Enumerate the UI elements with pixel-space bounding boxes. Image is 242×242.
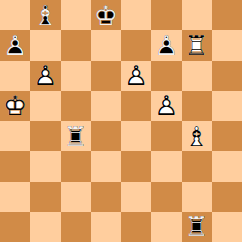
white-pawn-icon: ♟	[30, 61, 60, 91]
square-a2[interactable]	[0, 182, 30, 212]
piece-black-rook[interactable]: ♜♖	[61, 121, 91, 151]
square-h6[interactable]	[212, 61, 242, 91]
square-g2[interactable]	[182, 182, 212, 212]
black-rook-outline-icon: ♖	[61, 121, 91, 151]
white-rook-icon: ♜	[182, 30, 212, 60]
chess-board-window: ♝♗♚♔♟♙♟♙♜♖♟♙♟♙♚♔♟♙♜♖♝♗♜♖	[0, 0, 242, 242]
black-rook-outline-icon: ♖	[182, 212, 212, 242]
piece-black-rook[interactable]: ♜♖	[182, 212, 212, 242]
square-e2[interactable]	[121, 182, 151, 212]
white-pawn-icon: ♟	[151, 91, 181, 121]
square-g1[interactable]: ♜♖	[182, 212, 212, 242]
square-e8[interactable]	[121, 0, 151, 30]
black-pawn-icon: ♟	[151, 30, 181, 60]
square-e6[interactable]: ♟♙	[121, 61, 151, 91]
square-a6[interactable]	[0, 61, 30, 91]
square-a3[interactable]	[0, 151, 30, 181]
black-pawn-outline-icon: ♙	[151, 30, 181, 60]
white-king-outline-icon: ♔	[0, 91, 30, 121]
square-b5[interactable]	[30, 91, 60, 121]
square-a4[interactable]	[0, 121, 30, 151]
square-b2[interactable]	[30, 182, 60, 212]
piece-white-pawn[interactable]: ♟♙	[151, 91, 181, 121]
square-e1[interactable]	[121, 212, 151, 242]
white-pawn-outline-icon: ♙	[30, 61, 60, 91]
piece-white-king[interactable]: ♚♔	[0, 91, 30, 121]
black-bishop-icon: ♝	[30, 0, 60, 30]
square-d2[interactable]	[91, 182, 121, 212]
square-d8[interactable]: ♚♔	[91, 0, 121, 30]
square-c5[interactable]	[61, 91, 91, 121]
square-h5[interactable]	[212, 91, 242, 121]
piece-white-bishop[interactable]: ♝♗	[182, 121, 212, 151]
black-bishop-outline-icon: ♗	[30, 0, 60, 30]
white-pawn-outline-icon: ♙	[151, 91, 181, 121]
piece-white-rook[interactable]: ♜♖	[182, 30, 212, 60]
square-f4[interactable]	[151, 121, 181, 151]
square-b7[interactable]	[30, 30, 60, 60]
black-rook-icon: ♜	[61, 121, 91, 151]
piece-white-pawn[interactable]: ♟♙	[30, 61, 60, 91]
square-d5[interactable]	[91, 91, 121, 121]
white-bishop-icon: ♝	[182, 121, 212, 151]
square-h2[interactable]	[212, 182, 242, 212]
square-b1[interactable]	[30, 212, 60, 242]
square-a7[interactable]: ♟♙	[0, 30, 30, 60]
square-d7[interactable]	[91, 30, 121, 60]
square-a5[interactable]: ♚♔	[0, 91, 30, 121]
square-d1[interactable]	[91, 212, 121, 242]
square-c4[interactable]: ♜♖	[61, 121, 91, 151]
square-d6[interactable]	[91, 61, 121, 91]
square-g5[interactable]	[182, 91, 212, 121]
square-a8[interactable]	[0, 0, 30, 30]
square-c6[interactable]	[61, 61, 91, 91]
square-e4[interactable]	[121, 121, 151, 151]
square-f5[interactable]: ♟♙	[151, 91, 181, 121]
white-rook-outline-icon: ♖	[182, 30, 212, 60]
square-f2[interactable]	[151, 182, 181, 212]
black-pawn-outline-icon: ♙	[0, 30, 30, 60]
square-c1[interactable]	[61, 212, 91, 242]
square-g3[interactable]	[182, 151, 212, 181]
square-h8[interactable]	[212, 0, 242, 30]
square-g8[interactable]	[182, 0, 212, 30]
square-f7[interactable]: ♟♙	[151, 30, 181, 60]
square-e3[interactable]	[121, 151, 151, 181]
square-b8[interactable]: ♝♗	[30, 0, 60, 30]
square-h7[interactable]	[212, 30, 242, 60]
square-b6[interactable]: ♟♙	[30, 61, 60, 91]
square-e7[interactable]	[121, 30, 151, 60]
square-d4[interactable]	[91, 121, 121, 151]
square-h3[interactable]	[212, 151, 242, 181]
black-king-icon: ♚	[91, 0, 121, 30]
piece-black-king[interactable]: ♚♔	[91, 0, 121, 30]
square-d3[interactable]	[91, 151, 121, 181]
white-king-icon: ♚	[0, 91, 30, 121]
piece-black-pawn[interactable]: ♟♙	[0, 30, 30, 60]
square-e5[interactable]	[121, 91, 151, 121]
chess-board: ♝♗♚♔♟♙♟♙♜♖♟♙♟♙♚♔♟♙♜♖♝♗♜♖	[0, 0, 242, 242]
square-b4[interactable]	[30, 121, 60, 151]
white-pawn-outline-icon: ♙	[121, 61, 151, 91]
square-g7[interactable]: ♜♖	[182, 30, 212, 60]
square-f8[interactable]	[151, 0, 181, 30]
square-f1[interactable]	[151, 212, 181, 242]
black-rook-icon: ♜	[182, 212, 212, 242]
black-king-outline-icon: ♔	[91, 0, 121, 30]
piece-white-pawn[interactable]: ♟♙	[121, 61, 151, 91]
black-pawn-icon: ♟	[0, 30, 30, 60]
square-a1[interactable]	[0, 212, 30, 242]
square-c2[interactable]	[61, 182, 91, 212]
square-h1[interactable]	[212, 212, 242, 242]
square-g4[interactable]: ♝♗	[182, 121, 212, 151]
square-f3[interactable]	[151, 151, 181, 181]
piece-black-bishop[interactable]: ♝♗	[30, 0, 60, 30]
square-f6[interactable]	[151, 61, 181, 91]
square-c8[interactable]	[61, 0, 91, 30]
square-h4[interactable]	[212, 121, 242, 151]
square-c3[interactable]	[61, 151, 91, 181]
white-pawn-icon: ♟	[121, 61, 151, 91]
square-g6[interactable]	[182, 61, 212, 91]
square-c7[interactable]	[61, 30, 91, 60]
piece-black-pawn[interactable]: ♟♙	[151, 30, 181, 60]
square-b3[interactable]	[30, 151, 60, 181]
white-bishop-outline-icon: ♗	[182, 121, 212, 151]
